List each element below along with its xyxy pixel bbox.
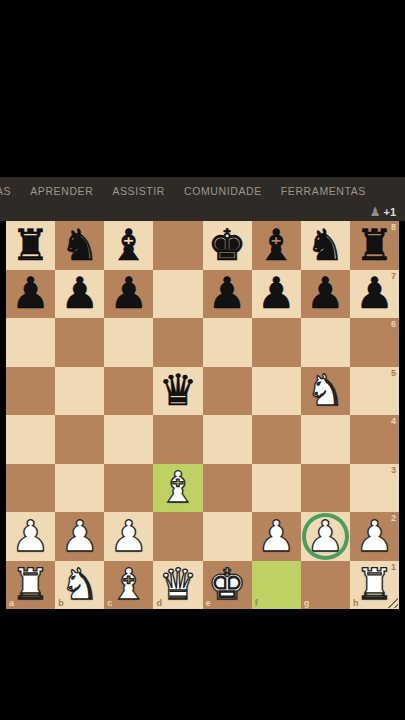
file-label-e: e — [206, 598, 211, 608]
letterbox-bottom — [0, 609, 405, 720]
top-navbar: AS APRENDER ASSISTIR COMUNIDADE FERRAMEN… — [0, 177, 405, 221]
square-a6[interactable] — [6, 318, 55, 367]
square-e3[interactable] — [203, 464, 252, 513]
file-label-h: h — [353, 598, 359, 608]
white-bishop[interactable]: ♝ — [153, 464, 202, 513]
file-label-a: a — [9, 598, 14, 608]
square-d4[interactable] — [153, 415, 202, 464]
black-pawn[interactable]: ♟ — [203, 270, 252, 319]
white-pawn[interactable]: ♟ — [104, 512, 153, 561]
square-b6[interactable] — [55, 318, 104, 367]
file-label-b: b — [58, 598, 64, 608]
square-h6[interactable]: 6 — [350, 318, 399, 367]
square-f3[interactable] — [252, 464, 301, 513]
square-g2[interactable]: ♟ — [301, 512, 350, 561]
black-king[interactable]: ♚ — [203, 221, 252, 270]
rank-label-1: 1 — [391, 562, 396, 572]
black-queen[interactable]: ♛ — [153, 367, 202, 416]
square-a4[interactable] — [6, 415, 55, 464]
square-c6[interactable] — [104, 318, 153, 367]
file-label-c: c — [107, 598, 112, 608]
square-c4[interactable] — [104, 415, 153, 464]
square-e5[interactable] — [203, 367, 252, 416]
square-b1[interactable]: ♞b — [55, 561, 104, 610]
square-d5[interactable]: ♛ — [153, 367, 202, 416]
square-h8[interactable]: ♜8 — [350, 221, 399, 270]
square-f6[interactable] — [252, 318, 301, 367]
square-a1[interactable]: ♜a — [6, 561, 55, 610]
square-e8[interactable]: ♚ — [203, 221, 252, 270]
file-label-f: f — [255, 598, 258, 608]
black-pawn[interactable]: ♟ — [6, 270, 55, 319]
rank-label-6: 6 — [391, 319, 396, 329]
black-pawn[interactable]: ♟ — [55, 270, 104, 319]
square-h4[interactable]: 4 — [350, 415, 399, 464]
black-bishop[interactable]: ♝ — [252, 221, 301, 270]
square-b4[interactable] — [55, 415, 104, 464]
black-knight[interactable]: ♞ — [55, 221, 104, 270]
square-a7[interactable]: ♟ — [6, 270, 55, 319]
square-f5[interactable] — [252, 367, 301, 416]
square-g1[interactable]: g — [301, 561, 350, 610]
square-b8[interactable]: ♞ — [55, 221, 104, 270]
square-e6[interactable] — [203, 318, 252, 367]
square-g6[interactable] — [301, 318, 350, 367]
square-e7[interactable]: ♟ — [203, 270, 252, 319]
letterbox-top — [0, 0, 405, 177]
square-a8[interactable]: ♜ — [6, 221, 55, 270]
square-g8[interactable]: ♞ — [301, 221, 350, 270]
file-label-g: g — [304, 598, 310, 608]
black-pawn[interactable]: ♟ — [301, 270, 350, 319]
white-knight[interactable]: ♞ — [301, 367, 350, 416]
black-pawn[interactable]: ♟ — [104, 270, 153, 319]
square-e1[interactable]: ♚e — [203, 561, 252, 610]
rank-label-5: 5 — [391, 368, 396, 378]
square-g4[interactable] — [301, 415, 350, 464]
square-a5[interactable] — [6, 367, 55, 416]
nav-item-ferramentas[interactable]: FERRAMENTAS — [281, 185, 366, 197]
square-b5[interactable] — [55, 367, 104, 416]
screen: AS APRENDER ASSISTIR COMUNIDADE FERRAMEN… — [0, 0, 405, 720]
black-pawn[interactable]: ♟ — [252, 270, 301, 319]
rank-label-7: 7 — [391, 271, 396, 281]
square-e2[interactable] — [203, 512, 252, 561]
square-h3[interactable]: 3 — [350, 464, 399, 513]
pawn-icon: ♟ — [370, 206, 381, 218]
rank-label-4: 4 — [391, 416, 396, 426]
square-g5[interactable]: ♞ — [301, 367, 350, 416]
square-h2[interactable]: ♟2 — [350, 512, 399, 561]
square-g7[interactable]: ♟ — [301, 270, 350, 319]
square-c2[interactable]: ♟ — [104, 512, 153, 561]
black-bishop[interactable]: ♝ — [104, 221, 153, 270]
square-c1[interactable]: ♝c — [104, 561, 153, 610]
square-b7[interactable]: ♟ — [55, 270, 104, 319]
square-h7[interactable]: ♟7 — [350, 270, 399, 319]
nav-menu: AS APRENDER ASSISTIR COMUNIDADE FERRAMEN… — [0, 185, 401, 197]
rank-label-2: 2 — [391, 513, 396, 523]
square-a3[interactable] — [6, 464, 55, 513]
square-h1[interactable]: ♜1h — [350, 561, 399, 610]
square-h5[interactable]: 5 — [350, 367, 399, 416]
white-pawn[interactable]: ♟ — [301, 512, 350, 561]
nav-item-truncated[interactable]: AS — [0, 185, 11, 197]
square-d1[interactable]: ♛d — [153, 561, 202, 610]
black-knight[interactable]: ♞ — [301, 221, 350, 270]
rank-label-8: 8 — [391, 222, 396, 232]
white-pawn[interactable]: ♟ — [6, 512, 55, 561]
square-f8[interactable]: ♝ — [252, 221, 301, 270]
black-rook[interactable]: ♜ — [6, 221, 55, 270]
square-d2[interactable] — [153, 512, 202, 561]
nav-item-comunidade[interactable]: COMUNIDADE — [184, 185, 262, 197]
chess-board: ♜♞♝♚♝♞♜8♟♟♟♟♟♟♟76♛♞54♝3♟♟♟♟♟♟2♜a♞b♝c♛d♚e… — [6, 221, 399, 609]
white-pawn[interactable]: ♟ — [252, 512, 301, 561]
material-advantage-indicator: ♟ +1 — [370, 206, 396, 218]
square-f7[interactable]: ♟ — [252, 270, 301, 319]
square-b3[interactable] — [55, 464, 104, 513]
square-d6[interactable] — [153, 318, 202, 367]
square-c8[interactable]: ♝ — [104, 221, 153, 270]
square-d8[interactable] — [153, 221, 202, 270]
square-d7[interactable] — [153, 270, 202, 319]
material-advantage-value: +1 — [383, 207, 396, 218]
nav-item-aprender[interactable]: APRENDER — [30, 185, 93, 197]
file-label-d: d — [156, 598, 162, 608]
square-f4[interactable] — [252, 415, 301, 464]
square-e4[interactable] — [203, 415, 252, 464]
square-f2[interactable]: ♟ — [252, 512, 301, 561]
square-b2[interactable]: ♟ — [55, 512, 104, 561]
square-d3[interactable]: ♝ — [153, 464, 202, 513]
square-c3[interactable] — [104, 464, 153, 513]
white-pawn[interactable]: ♟ — [55, 512, 104, 561]
square-f1[interactable]: f — [252, 561, 301, 610]
square-c7[interactable]: ♟ — [104, 270, 153, 319]
nav-item-assistir[interactable]: ASSISTIR — [112, 185, 165, 197]
square-a2[interactable]: ♟ — [6, 512, 55, 561]
square-g3[interactable] — [301, 464, 350, 513]
square-c5[interactable] — [104, 367, 153, 416]
rank-label-3: 3 — [391, 465, 396, 475]
